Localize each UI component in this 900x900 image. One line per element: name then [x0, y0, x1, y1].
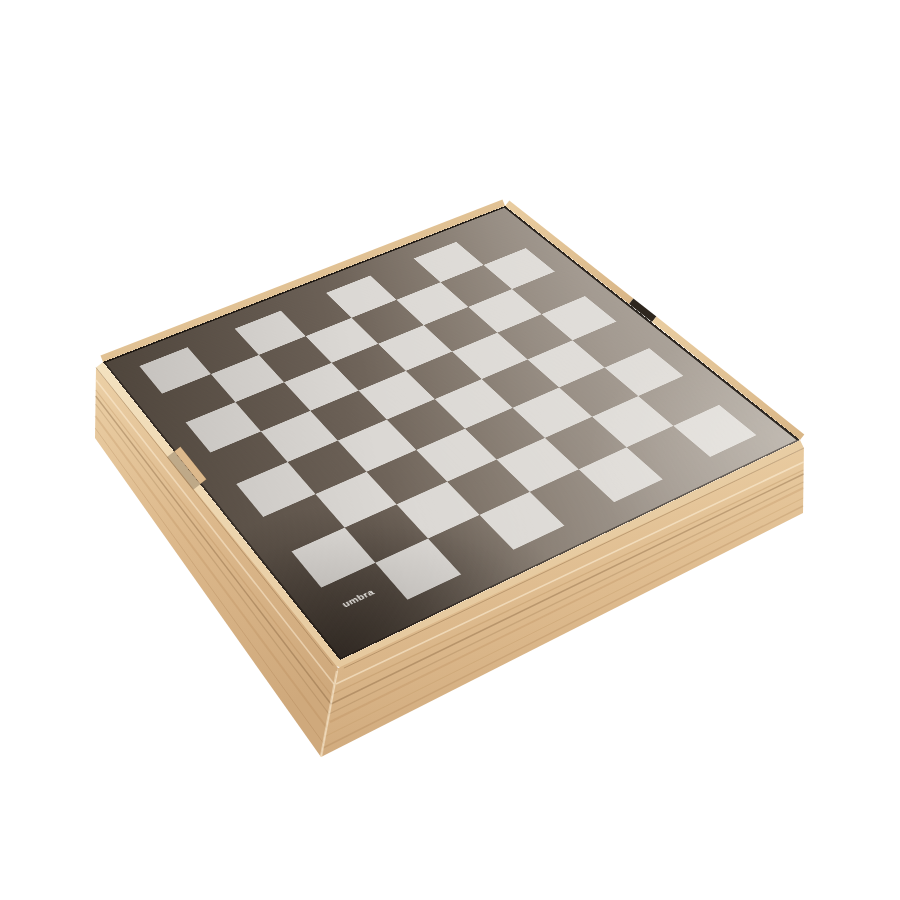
notch-overlay-svg — [0, 0, 900, 900]
product-photo-stage: umbra — [0, 0, 900, 900]
